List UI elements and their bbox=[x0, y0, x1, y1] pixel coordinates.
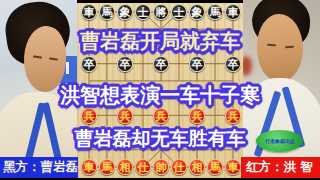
red-advisor: 仕 bbox=[135, 159, 151, 175]
top-border bbox=[77, 0, 243, 3]
red-player-label-bar: 红方：洪 智 bbox=[241, 157, 320, 178]
red-elephant: 相 bbox=[189, 159, 205, 175]
channel-badge-text: 行者象棋出品 bbox=[265, 137, 295, 144]
black-pawn-rank: 卒 卒 卒 卒 卒 bbox=[81, 56, 241, 72]
black-horse: 馬 bbox=[207, 4, 223, 20]
red-horse: 馬 bbox=[207, 159, 223, 175]
red-player-label: 红方：洪 智 bbox=[246, 159, 313, 176]
red-soldier: 兵 bbox=[117, 108, 133, 124]
red-back-rank: 車 馬 相 仕 帥 仕 相 馬 車 bbox=[81, 159, 241, 175]
red-general: 帥 bbox=[153, 159, 169, 175]
red-elephant: 相 bbox=[117, 159, 133, 175]
black-soldier: 卒 bbox=[117, 56, 133, 72]
black-chariot: 車 bbox=[81, 4, 97, 20]
black-elephant: 象 bbox=[117, 4, 133, 20]
black-soldier: 卒 bbox=[189, 56, 205, 72]
black-elephant: 象 bbox=[189, 4, 205, 20]
thumbnail: 行者象棋出品 車 馬 象 士 將 士 象 馬 車 卒 卒 卒 卒 卒 兵 兵 bbox=[0, 0, 320, 180]
red-soldier: 兵 bbox=[153, 108, 169, 124]
red-chariot: 車 bbox=[81, 159, 97, 175]
caption-line-1: 曹岩磊开局就弃车 bbox=[77, 28, 243, 55]
red-soldier: 兵 bbox=[189, 108, 205, 124]
bottom-border bbox=[0, 178, 320, 180]
red-advisor: 仕 bbox=[171, 159, 187, 175]
red-pawn-rank: 兵 兵 兵 兵 兵 bbox=[81, 108, 241, 124]
black-advisor: 士 bbox=[171, 4, 187, 20]
black-back-rank: 車 馬 象 士 將 士 象 馬 車 bbox=[81, 4, 241, 20]
caption-line-3: 曹岩磊却无车胜有车 bbox=[73, 126, 247, 152]
black-soldier: 卒 bbox=[153, 56, 169, 72]
black-general: 將 bbox=[153, 4, 169, 20]
red-soldier: 兵 bbox=[81, 108, 97, 124]
black-chariot: 車 bbox=[225, 4, 241, 20]
red-horse: 馬 bbox=[99, 159, 115, 175]
red-soldier: 兵 bbox=[225, 108, 241, 124]
black-advisor: 士 bbox=[135, 4, 151, 20]
channel-badge: 行者象棋出品 bbox=[256, 130, 303, 152]
black-soldier: 卒 bbox=[81, 56, 97, 72]
right-player-face bbox=[257, 14, 303, 82]
black-player-label-bar: 黑方：曹岩磊 bbox=[0, 157, 78, 178]
black-soldier: 卒 bbox=[225, 56, 241, 72]
caption-line-2: 洪智想表演一车十子寒 bbox=[58, 82, 262, 109]
black-horse: 馬 bbox=[99, 4, 115, 20]
background-blur bbox=[243, 56, 252, 76]
black-player-label: 黑方：曹岩磊 bbox=[3, 159, 78, 176]
red-chariot: 車 bbox=[225, 159, 241, 175]
